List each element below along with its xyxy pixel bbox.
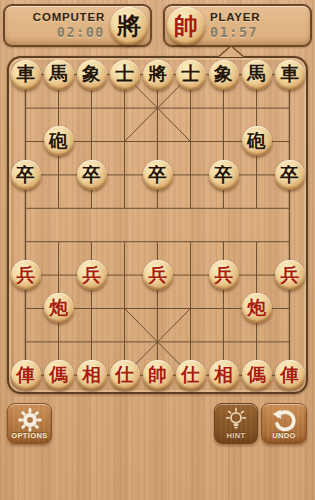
piece-red-soldier[interactable]: 兵 [275, 260, 305, 290]
lightbulb-icon [223, 407, 249, 433]
computer-panel: COMPUTER 02:00 將 [3, 4, 152, 47]
piece-black-advisor[interactable]: 士 [110, 60, 140, 90]
computer-general-badge: 將 [110, 7, 148, 45]
piece-red-general[interactable]: 帥 [143, 360, 173, 390]
piece-black-soldier[interactable]: 卒 [275, 160, 305, 190]
piece-red-soldier[interactable]: 兵 [209, 260, 239, 290]
hint-button[interactable]: HINT [214, 403, 258, 444]
piece-black-general[interactable]: 將 [143, 60, 173, 90]
piece-black-soldier[interactable]: 卒 [209, 160, 239, 190]
piece-black-chariot[interactable]: 車 [275, 60, 305, 90]
piece-red-horse[interactable]: 傌 [242, 360, 272, 390]
computer-label: COMPUTER [33, 11, 105, 23]
piece-black-horse[interactable]: 馬 [242, 60, 272, 90]
piece-black-soldier[interactable]: 卒 [143, 160, 173, 190]
player-badge-char: 帥 [174, 14, 198, 38]
piece-black-cannon[interactable]: 砲 [242, 126, 272, 156]
piece-red-cannon[interactable]: 炮 [242, 293, 272, 323]
options-button[interactable]: OPTIONS [7, 403, 52, 444]
piece-black-cannon[interactable]: 砲 [44, 126, 74, 156]
piece-red-elephant[interactable]: 相 [77, 360, 107, 390]
piece-red-advisor[interactable]: 仕 [176, 360, 206, 390]
piece-black-soldier[interactable]: 卒 [11, 160, 41, 190]
player-clock: 01:57 [210, 24, 260, 40]
piece-black-advisor[interactable]: 士 [176, 60, 206, 90]
computer-badge-char: 將 [117, 14, 141, 38]
undo-button[interactable]: UNDO [261, 403, 307, 444]
piece-red-elephant[interactable]: 相 [209, 360, 239, 390]
piece-grid: 車馬象士將士象馬車砲砲卒卒卒卒卒兵兵兵兵兵炮炮俥傌相仕帥仕相傌俥 [9, 58, 306, 392]
xiangqi-board[interactable]: 車馬象士將士象馬車砲砲卒卒卒卒卒兵兵兵兵兵炮炮俥傌相仕帥仕相傌俥 [7, 56, 308, 394]
gear-icon [17, 407, 43, 433]
computer-clock: 02:00 [33, 24, 105, 40]
turn-indicator-arrow [216, 45, 246, 57]
piece-black-horse[interactable]: 馬 [44, 60, 74, 90]
piece-red-soldier[interactable]: 兵 [143, 260, 173, 290]
undo-arrow-icon [271, 407, 297, 433]
piece-black-elephant[interactable]: 象 [77, 60, 107, 90]
piece-red-cannon[interactable]: 炮 [44, 293, 74, 323]
player-panel: 帥 PLAYER 01:57 [163, 4, 312, 47]
piece-red-advisor[interactable]: 仕 [110, 360, 140, 390]
piece-red-chariot[interactable]: 俥 [275, 360, 305, 390]
piece-red-horse[interactable]: 傌 [44, 360, 74, 390]
piece-black-chariot[interactable]: 車 [11, 60, 41, 90]
player-general-badge: 帥 [167, 7, 205, 45]
piece-black-soldier[interactable]: 卒 [77, 160, 107, 190]
player-label: PLAYER [210, 11, 260, 23]
xiangqi-app: COMPUTER 02:00 將 帥 PLAYER 01:57 車馬象士將士象馬… [0, 0, 315, 500]
piece-red-chariot[interactable]: 俥 [11, 360, 41, 390]
piece-red-soldier[interactable]: 兵 [77, 260, 107, 290]
piece-black-elephant[interactable]: 象 [209, 60, 239, 90]
piece-red-soldier[interactable]: 兵 [11, 260, 41, 290]
